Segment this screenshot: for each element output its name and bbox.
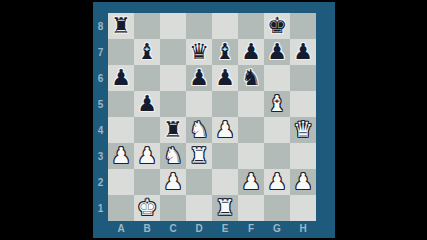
square-f5[interactable]	[238, 91, 264, 117]
square-c8[interactable]	[160, 13, 186, 39]
chess-board: ♜♚♝♛♝♟♟♟♟♟♟♞♟♝♜♞♟♛♟♟♞♜♟♟♟♟♚♜	[108, 13, 316, 221]
square-g1[interactable]	[264, 195, 290, 221]
black-pawn: ♟	[134, 91, 160, 117]
white-king: ♚	[134, 195, 160, 221]
square-h4[interactable]: ♛	[290, 117, 316, 143]
square-a8[interactable]: ♜	[108, 13, 134, 39]
square-a6[interactable]: ♟	[108, 65, 134, 91]
file-label: E	[212, 221, 238, 236]
file-label: C	[160, 221, 186, 236]
black-rook: ♜	[160, 117, 186, 143]
black-pawn: ♟	[212, 65, 238, 91]
square-g6[interactable]	[264, 65, 290, 91]
square-h7[interactable]: ♟	[290, 39, 316, 65]
square-a5[interactable]	[108, 91, 134, 117]
file-labels: ABCDEFGH	[108, 221, 316, 236]
file-label: G	[264, 221, 290, 236]
square-c4[interactable]: ♜	[160, 117, 186, 143]
square-e5[interactable]	[212, 91, 238, 117]
square-g2[interactable]: ♟	[264, 169, 290, 195]
square-c6[interactable]	[160, 65, 186, 91]
black-pawn: ♟	[186, 65, 212, 91]
square-b8[interactable]	[134, 13, 160, 39]
square-g7[interactable]: ♟	[264, 39, 290, 65]
rank-label: 3	[93, 143, 108, 169]
square-f8[interactable]	[238, 13, 264, 39]
square-a7[interactable]	[108, 39, 134, 65]
square-g5[interactable]: ♝	[264, 91, 290, 117]
square-b7[interactable]: ♝	[134, 39, 160, 65]
white-pawn: ♟	[212, 117, 238, 143]
black-rook: ♜	[108, 13, 134, 39]
square-f4[interactable]	[238, 117, 264, 143]
square-e6[interactable]: ♟	[212, 65, 238, 91]
square-d6[interactable]: ♟	[186, 65, 212, 91]
square-c1[interactable]	[160, 195, 186, 221]
square-d5[interactable]	[186, 91, 212, 117]
square-h8[interactable]	[290, 13, 316, 39]
square-b2[interactable]	[134, 169, 160, 195]
black-pawn: ♟	[290, 39, 316, 65]
rank-label: 7	[93, 39, 108, 65]
square-b6[interactable]	[134, 65, 160, 91]
square-d1[interactable]	[186, 195, 212, 221]
white-rook: ♜	[186, 143, 212, 169]
rank-label: 8	[93, 13, 108, 39]
square-h3[interactable]	[290, 143, 316, 169]
square-b1[interactable]: ♚	[134, 195, 160, 221]
white-knight: ♞	[160, 143, 186, 169]
black-king: ♚	[264, 13, 290, 39]
white-pawn: ♟	[108, 143, 134, 169]
white-bishop: ♝	[264, 91, 290, 117]
square-g3[interactable]	[264, 143, 290, 169]
rank-label: 1	[93, 195, 108, 221]
file-label: A	[108, 221, 134, 236]
file-label: D	[186, 221, 212, 236]
square-e8[interactable]	[212, 13, 238, 39]
rank-label: 6	[93, 65, 108, 91]
square-b5[interactable]: ♟	[134, 91, 160, 117]
square-f1[interactable]	[238, 195, 264, 221]
square-h6[interactable]	[290, 65, 316, 91]
file-label: F	[238, 221, 264, 236]
rank-label: 2	[93, 169, 108, 195]
square-h2[interactable]: ♟	[290, 169, 316, 195]
chess-panel: 87654321 ♜♚♝♛♝♟♟♟♟♟♟♞♟♝♜♞♟♛♟♟♞♜♟♟♟♟♚♜ AB…	[93, 2, 335, 238]
square-d7[interactable]: ♛	[186, 39, 212, 65]
square-g8[interactable]: ♚	[264, 13, 290, 39]
square-f3[interactable]	[238, 143, 264, 169]
square-g4[interactable]	[264, 117, 290, 143]
square-a4[interactable]	[108, 117, 134, 143]
square-f6[interactable]: ♞	[238, 65, 264, 91]
rank-label: 4	[93, 117, 108, 143]
white-pawn: ♟	[134, 143, 160, 169]
square-d3[interactable]: ♜	[186, 143, 212, 169]
square-e7[interactable]: ♝	[212, 39, 238, 65]
square-f7[interactable]: ♟	[238, 39, 264, 65]
square-e2[interactable]	[212, 169, 238, 195]
square-c5[interactable]	[160, 91, 186, 117]
white-pawn: ♟	[238, 169, 264, 195]
square-e4[interactable]: ♟	[212, 117, 238, 143]
square-d8[interactable]	[186, 13, 212, 39]
white-queen: ♛	[290, 117, 316, 143]
square-d2[interactable]	[186, 169, 212, 195]
rank-label: 5	[93, 91, 108, 117]
square-c2[interactable]: ♟	[160, 169, 186, 195]
white-pawn: ♟	[290, 169, 316, 195]
black-pawn: ♟	[108, 65, 134, 91]
square-e3[interactable]	[212, 143, 238, 169]
square-h5[interactable]	[290, 91, 316, 117]
black-pawn: ♟	[238, 39, 264, 65]
black-pawn: ♟	[264, 39, 290, 65]
square-h1[interactable]	[290, 195, 316, 221]
white-pawn: ♟	[160, 169, 186, 195]
rank-labels: 87654321	[93, 13, 108, 221]
square-b4[interactable]	[134, 117, 160, 143]
square-a3[interactable]: ♟	[108, 143, 134, 169]
square-e1[interactable]: ♜	[212, 195, 238, 221]
black-knight: ♞	[238, 65, 264, 91]
black-bishop: ♝	[212, 39, 238, 65]
square-d4[interactable]: ♞	[186, 117, 212, 143]
square-b3[interactable]: ♟	[134, 143, 160, 169]
video-frame: 87654321 ♜♚♝♛♝♟♟♟♟♟♟♞♟♝♜♞♟♛♟♟♞♜♟♟♟♟♚♜ AB…	[0, 0, 427, 240]
file-label: B	[134, 221, 160, 236]
square-a1[interactable]	[108, 195, 134, 221]
file-label: H	[290, 221, 316, 236]
square-c3[interactable]: ♞	[160, 143, 186, 169]
black-bishop: ♝	[134, 39, 160, 65]
square-c7[interactable]	[160, 39, 186, 65]
white-pawn: ♟	[264, 169, 290, 195]
square-f2[interactable]: ♟	[238, 169, 264, 195]
black-queen: ♛	[186, 39, 212, 65]
square-a2[interactable]	[108, 169, 134, 195]
white-knight: ♞	[186, 117, 212, 143]
white-rook: ♜	[212, 195, 238, 221]
